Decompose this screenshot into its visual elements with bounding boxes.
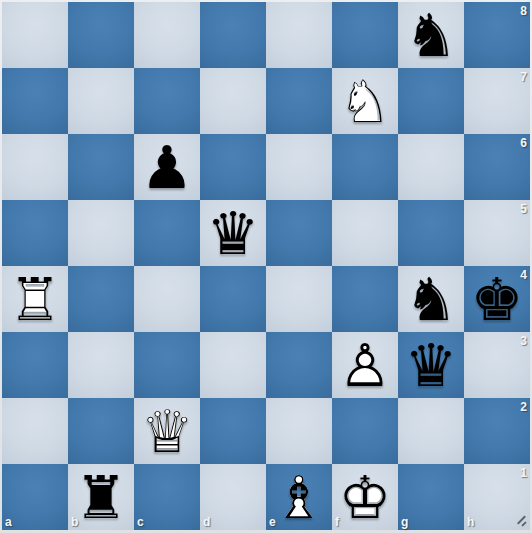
- square-h6[interactable]: 6: [464, 134, 530, 200]
- square-f2[interactable]: [332, 398, 398, 464]
- square-e5[interactable]: [266, 200, 332, 266]
- black-queen[interactable]: ♛: [200, 200, 266, 266]
- square-c5[interactable]: [134, 200, 200, 266]
- square-f6[interactable]: [332, 134, 398, 200]
- square-b6[interactable]: [68, 134, 134, 200]
- piece-fill: ♜: [68, 464, 134, 530]
- white-king[interactable]: ♚♔: [332, 464, 398, 530]
- square-c4[interactable]: [134, 266, 200, 332]
- square-g4[interactable]: ♞: [398, 266, 464, 332]
- file-label-a: a: [5, 515, 12, 529]
- file-label-c: c: [137, 515, 144, 529]
- square-h8[interactable]: 8: [464, 2, 530, 68]
- resize-grip-line: [521, 521, 527, 527]
- square-g3[interactable]: ♛: [398, 332, 464, 398]
- square-g2[interactable]: [398, 398, 464, 464]
- rank-label-8: 8: [520, 4, 527, 18]
- square-d6[interactable]: [200, 134, 266, 200]
- square-c7[interactable]: [134, 68, 200, 134]
- square-b8[interactable]: [68, 2, 134, 68]
- square-h7[interactable]: 7: [464, 68, 530, 134]
- piece-fill: ♞: [398, 266, 464, 332]
- square-c6[interactable]: ♟: [134, 134, 200, 200]
- rank-label-5: 5: [520, 202, 527, 216]
- rank-label-1: 1: [520, 466, 527, 480]
- square-g7[interactable]: [398, 68, 464, 134]
- black-knight[interactable]: ♞: [398, 266, 464, 332]
- rank-label-2: 2: [520, 400, 527, 414]
- square-b2[interactable]: [68, 398, 134, 464]
- square-f1[interactable]: f♚♔: [332, 464, 398, 530]
- square-b1[interactable]: b♜: [68, 464, 134, 530]
- rank-label-7: 7: [520, 70, 527, 84]
- square-b7[interactable]: [68, 68, 134, 134]
- chess-board-frame: ♞8♞♘7♟6♛5♜♖♞4♚♟♙♛3♛♕2ab♜cde♝♗f♚♔g1h: [0, 0, 532, 533]
- square-h2[interactable]: 2: [464, 398, 530, 464]
- square-g5[interactable]: [398, 200, 464, 266]
- square-b3[interactable]: [68, 332, 134, 398]
- square-a3[interactable]: [2, 332, 68, 398]
- square-a5[interactable]: [2, 200, 68, 266]
- square-c2[interactable]: ♛♕: [134, 398, 200, 464]
- square-c8[interactable]: [134, 2, 200, 68]
- square-a2[interactable]: [2, 398, 68, 464]
- white-queen[interactable]: ♛♕: [134, 398, 200, 464]
- square-a4[interactable]: ♜♖: [2, 266, 68, 332]
- piece-outline: ♔: [332, 464, 398, 530]
- piece-outline: ♖: [2, 266, 68, 332]
- square-f8[interactable]: [332, 2, 398, 68]
- black-queen[interactable]: ♛: [398, 332, 464, 398]
- square-e4[interactable]: [266, 266, 332, 332]
- square-f4[interactable]: [332, 266, 398, 332]
- piece-outline: ♗: [266, 464, 332, 530]
- piece-outline: ♙: [332, 332, 398, 398]
- square-h5[interactable]: 5: [464, 200, 530, 266]
- square-g1[interactable]: g: [398, 464, 464, 530]
- square-a6[interactable]: [2, 134, 68, 200]
- square-d4[interactable]: [200, 266, 266, 332]
- square-d8[interactable]: [200, 2, 266, 68]
- white-bishop[interactable]: ♝♗: [266, 464, 332, 530]
- square-a1[interactable]: a: [2, 464, 68, 530]
- square-h3[interactable]: 3: [464, 332, 530, 398]
- file-label-g: g: [401, 515, 408, 529]
- square-h4[interactable]: 4♚: [464, 266, 530, 332]
- white-pawn[interactable]: ♟♙: [332, 332, 398, 398]
- square-d7[interactable]: [200, 68, 266, 134]
- white-rook[interactable]: ♜♖: [2, 266, 68, 332]
- file-label-d: d: [203, 515, 210, 529]
- piece-outline: ♘: [332, 68, 398, 134]
- piece-fill: ♟: [134, 134, 200, 200]
- board-resize-handle-icon[interactable]: [513, 513, 529, 529]
- square-c1[interactable]: c: [134, 464, 200, 530]
- square-d2[interactable]: [200, 398, 266, 464]
- square-g8[interactable]: ♞: [398, 2, 464, 68]
- black-rook[interactable]: ♜: [68, 464, 134, 530]
- square-g6[interactable]: [398, 134, 464, 200]
- square-f3[interactable]: ♟♙: [332, 332, 398, 398]
- rank-label-6: 6: [520, 136, 527, 150]
- file-label-h: h: [467, 515, 474, 529]
- square-e6[interactable]: [266, 134, 332, 200]
- square-e8[interactable]: [266, 2, 332, 68]
- square-a8[interactable]: [2, 2, 68, 68]
- square-d3[interactable]: [200, 332, 266, 398]
- piece-fill: ♞: [398, 2, 464, 68]
- piece-fill: ♛: [398, 332, 464, 398]
- square-b4[interactable]: [68, 266, 134, 332]
- square-e3[interactable]: [266, 332, 332, 398]
- square-a7[interactable]: [2, 68, 68, 134]
- white-knight[interactable]: ♞♘: [332, 68, 398, 134]
- black-pawn[interactable]: ♟: [134, 134, 200, 200]
- square-b5[interactable]: [68, 200, 134, 266]
- piece-outline: ♕: [134, 398, 200, 464]
- piece-fill: ♛: [200, 200, 266, 266]
- square-f7[interactable]: ♞♘: [332, 68, 398, 134]
- rank-label-3: 3: [520, 334, 527, 348]
- square-e1[interactable]: e♝♗: [266, 464, 332, 530]
- square-e2[interactable]: [266, 398, 332, 464]
- square-c3[interactable]: [134, 332, 200, 398]
- chess-board: ♞8♞♘7♟6♛5♜♖♞4♚♟♙♛3♛♕2ab♜cde♝♗f♚♔g1h: [2, 2, 530, 530]
- square-e7[interactable]: [266, 68, 332, 134]
- piece-fill: ♚: [464, 266, 530, 332]
- black-knight[interactable]: ♞: [398, 2, 464, 68]
- square-d5[interactable]: ♛: [200, 200, 266, 266]
- square-f5[interactable]: [332, 200, 398, 266]
- black-king[interactable]: ♚: [464, 266, 530, 332]
- square-d1[interactable]: d: [200, 464, 266, 530]
